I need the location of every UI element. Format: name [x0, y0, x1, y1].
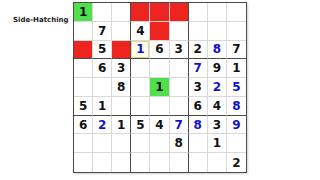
cell-r6c9[interactable]: 8 — [227, 97, 246, 116]
cell-r9c6[interactable] — [170, 153, 189, 172]
cell-r9c4[interactable] — [131, 153, 150, 172]
cell-r2c7[interactable] — [189, 22, 208, 41]
cell-r2c5[interactable] — [150, 22, 169, 41]
cell-r1c7[interactable] — [189, 3, 208, 22]
cell-r4c6[interactable] — [170, 59, 189, 78]
cell-r7c5[interactable]: 4 — [150, 116, 169, 135]
cell-r6c3[interactable] — [112, 97, 131, 116]
cell-r7c1[interactable]: 6 — [74, 116, 93, 135]
cell-r3c9[interactable]: 7 — [227, 41, 246, 60]
cell-r1c3[interactable] — [112, 3, 131, 22]
cell-r6c1[interactable]: 5 — [74, 97, 93, 116]
cell-r6c8[interactable]: 4 — [208, 97, 227, 116]
cell-r5c1[interactable] — [74, 78, 93, 97]
cell-r9c5[interactable] — [150, 153, 169, 172]
cell-r5c7[interactable]: 3 — [189, 78, 208, 97]
cell-r4c7[interactable]: 7 — [189, 59, 208, 78]
cell-r9c8[interactable] — [208, 153, 227, 172]
screenshot-canvas: Side-Hatching 17451632876379181325516486… — [0, 0, 320, 180]
cell-r1c2[interactable] — [93, 3, 112, 22]
cell-r4c4[interactable] — [131, 59, 150, 78]
cell-r8c7[interactable] — [189, 134, 208, 153]
cell-r5c5[interactable]: 1 — [150, 78, 169, 97]
cell-r7c8[interactable]: 3 — [208, 116, 227, 135]
cell-r2c9[interactable] — [227, 22, 246, 41]
cell-r3c6[interactable]: 3 — [170, 41, 189, 60]
cell-r5c4[interactable] — [131, 78, 150, 97]
cell-r2c4[interactable]: 4 — [131, 22, 150, 41]
cell-r7c4[interactable]: 5 — [131, 116, 150, 135]
cell-r1c5[interactable] — [150, 3, 169, 22]
sudoku-board: 1745163287637918132551648621547839812 — [73, 2, 247, 173]
cell-r4c9[interactable]: 1 — [227, 59, 246, 78]
cell-r9c2[interactable] — [93, 153, 112, 172]
cell-r9c7[interactable] — [189, 153, 208, 172]
cell-r3c8[interactable]: 8 — [208, 41, 227, 60]
cell-r7c3[interactable]: 1 — [112, 116, 131, 135]
cell-r4c3[interactable]: 3 — [112, 59, 131, 78]
cell-r6c2[interactable]: 1 — [93, 97, 112, 116]
cell-r8c1[interactable] — [74, 134, 93, 153]
cell-r1c6[interactable] — [170, 3, 189, 22]
cell-r4c5[interactable] — [150, 59, 169, 78]
cell-r5c8[interactable]: 2 — [208, 78, 227, 97]
cell-r7c9[interactable]: 9 — [227, 116, 246, 135]
cell-r8c3[interactable] — [112, 134, 131, 153]
cell-r4c2[interactable]: 6 — [93, 59, 112, 78]
cell-r8c4[interactable] — [131, 134, 150, 153]
cell-r8c6[interactable]: 8 — [170, 134, 189, 153]
cell-r3c3[interactable] — [112, 41, 131, 60]
cell-r3c1[interactable] — [74, 41, 93, 60]
cell-r9c9[interactable]: 2 — [227, 153, 246, 172]
cell-r8c5[interactable] — [150, 134, 169, 153]
cell-r9c3[interactable] — [112, 153, 131, 172]
cell-r1c1[interactable]: 1 — [74, 3, 93, 22]
cell-r3c2[interactable]: 5 — [93, 41, 112, 60]
cell-r2c2[interactable]: 7 — [93, 22, 112, 41]
cell-r8c9[interactable] — [227, 134, 246, 153]
cell-r3c7[interactable]: 2 — [189, 41, 208, 60]
cell-r2c8[interactable] — [208, 22, 227, 41]
cell-r7c6[interactable]: 7 — [170, 116, 189, 135]
cell-r2c3[interactable] — [112, 22, 131, 41]
cell-r6c6[interactable] — [170, 97, 189, 116]
cell-r2c6[interactable] — [170, 22, 189, 41]
cell-r5c6[interactable] — [170, 78, 189, 97]
cell-r5c2[interactable] — [93, 78, 112, 97]
cell-r5c9[interactable]: 5 — [227, 78, 246, 97]
cell-r9c1[interactable] — [74, 153, 93, 172]
cell-r5c3[interactable]: 8 — [112, 78, 131, 97]
cell-r3c5[interactable]: 6 — [150, 41, 169, 60]
cell-r2c1[interactable] — [74, 22, 93, 41]
technique-label: Side-Hatching — [13, 16, 69, 24]
cell-r6c5[interactable] — [150, 97, 169, 116]
cell-r8c8[interactable]: 1 — [208, 134, 227, 153]
cell-r1c4[interactable] — [131, 3, 150, 22]
cell-r3c4[interactable]: 1 — [131, 41, 150, 60]
cell-r1c9[interactable] — [227, 3, 246, 22]
cell-r1c8[interactable] — [208, 3, 227, 22]
cell-r4c1[interactable] — [74, 59, 93, 78]
cell-r4c8[interactable]: 9 — [208, 59, 227, 78]
cell-r7c7[interactable]: 8 — [189, 116, 208, 135]
cell-r8c2[interactable] — [93, 134, 112, 153]
cell-r6c7[interactable]: 6 — [189, 97, 208, 116]
cell-r7c2[interactable]: 2 — [93, 116, 112, 135]
cell-r6c4[interactable] — [131, 97, 150, 116]
